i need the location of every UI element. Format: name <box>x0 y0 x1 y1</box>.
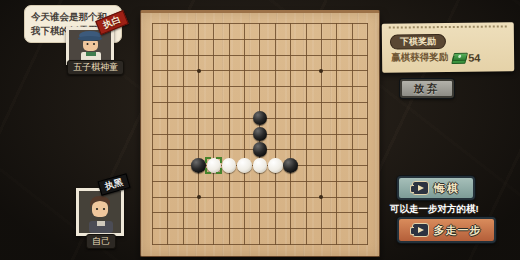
black-stone <box>253 111 268 126</box>
opponent-portrait <box>69 30 111 62</box>
board-grid <box>145 16 375 253</box>
reward-amount: 54 <box>468 51 480 63</box>
self-name: 自己 <box>86 234 116 249</box>
self-photo <box>79 191 121 233</box>
star-point <box>319 69 323 73</box>
last-move-marker <box>205 157 222 174</box>
undo-label: 悔棋 <box>434 181 460 196</box>
video-play-icon <box>412 223 429 237</box>
give-up-label: 放弃 <box>414 82 441 96</box>
black-stone <box>283 158 298 173</box>
white-stone <box>268 158 283 173</box>
self-portrait <box>79 191 121 233</box>
reward-line: 赢棋获得奖励 <box>391 51 448 65</box>
white-stone <box>237 158 252 173</box>
note-perforation <box>389 25 507 28</box>
black-stone <box>191 158 206 173</box>
undo-button[interactable]: 悔棋 <box>397 176 475 200</box>
extra-move-label: 多走一步 <box>434 223 482 238</box>
reward-title: 下棋奖励 <box>390 34 446 50</box>
white-stone <box>253 158 268 173</box>
game-screen: 今天谁会是那个和 我下棋的倒霉蛋 执白 五子棋神童 <box>0 0 520 260</box>
star-point <box>197 69 201 73</box>
star-point <box>319 195 323 199</box>
black-stone <box>253 142 268 157</box>
extra-move-button[interactable]: 多走一步 <box>397 217 496 243</box>
opponent-name: 五子棋神童 <box>67 60 124 75</box>
money-icon <box>451 52 465 62</box>
extra-move-tip: 可以走一步对方的棋! <box>390 203 479 216</box>
reward-row: 赢棋获得奖励 54 <box>391 50 514 64</box>
give-up-button[interactable]: 放弃 <box>400 79 454 98</box>
gomoku-board[interactable] <box>140 10 380 257</box>
video-play-icon <box>412 181 429 195</box>
white-stone <box>222 158 237 173</box>
black-stone <box>253 127 268 142</box>
star-point <box>197 195 201 199</box>
reward-note: 下棋奖励 赢棋获得奖励 54 <box>382 22 515 72</box>
opponent-photo <box>69 30 111 62</box>
self-avatar <box>76 188 124 236</box>
